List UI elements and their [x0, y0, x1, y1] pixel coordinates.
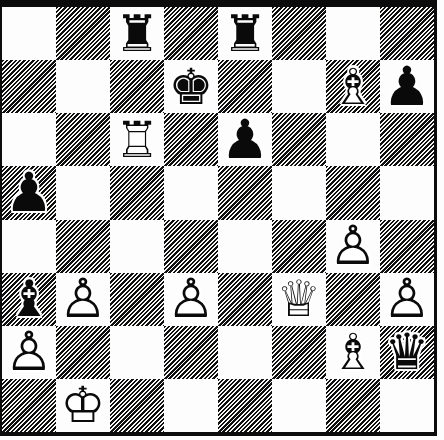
- piece-glyph: ♟: [221, 113, 269, 167]
- piece-halo: ♛: [277, 274, 322, 324]
- piece-halo: ♟: [221, 113, 269, 167]
- square-f7[interactable]: [272, 60, 326, 113]
- piece-halo: ♟: [329, 219, 377, 273]
- square-d8[interactable]: [164, 7, 218, 60]
- square-d2[interactable]: [164, 326, 218, 379]
- piece-black-rook: ♜♜: [218, 7, 272, 60]
- piece-glyph: ♙: [59, 272, 107, 326]
- square-e6[interactable]: ♟♟: [218, 113, 272, 166]
- chess-diagram-page: ♜♜♜♜♚♚♝♗♟♟♜♖♟♟♟♟♟♙♝♝♟♙♟♙♛♕♟♙♟♙♝♗♛♛♚♔: [0, 0, 444, 440]
- square-c5[interactable]: [110, 166, 164, 219]
- square-g1[interactable]: [326, 379, 380, 432]
- piece-halo: ♟: [383, 60, 431, 114]
- square-h8[interactable]: [380, 7, 434, 60]
- piece-white-pawn: ♟♙: [56, 273, 110, 326]
- square-a5[interactable]: ♟♟: [2, 166, 56, 219]
- square-c3[interactable]: [110, 273, 164, 326]
- piece-glyph: ♙: [383, 272, 431, 326]
- piece-halo: ♟: [5, 166, 53, 220]
- square-b4[interactable]: [56, 220, 110, 273]
- square-e4[interactable]: [218, 220, 272, 273]
- piece-halo: ♟: [167, 272, 215, 326]
- square-g7[interactable]: ♝♗: [326, 60, 380, 113]
- piece-glyph: ♔: [61, 380, 106, 430]
- piece-glyph: ♝: [7, 274, 52, 324]
- square-a3[interactable]: ♝♝: [2, 273, 56, 326]
- piece-glyph: ♖: [115, 115, 160, 165]
- piece-glyph: ♗: [331, 62, 376, 112]
- square-h3[interactable]: ♟♙: [380, 273, 434, 326]
- piece-glyph: ♙: [167, 272, 215, 326]
- piece-white-bishop: ♝♗: [326, 60, 380, 113]
- square-d1[interactable]: [164, 379, 218, 432]
- square-b1[interactable]: ♚♔: [56, 379, 110, 432]
- piece-halo: ♝: [331, 62, 376, 112]
- square-h6[interactable]: [380, 113, 434, 166]
- square-f6[interactable]: [272, 113, 326, 166]
- piece-glyph: ♕: [277, 274, 322, 324]
- square-c7[interactable]: [110, 60, 164, 113]
- square-e8[interactable]: ♜♜: [218, 7, 272, 60]
- square-a6[interactable]: [2, 113, 56, 166]
- piece-halo: ♟: [5, 325, 53, 379]
- piece-halo: ♜: [223, 9, 268, 59]
- piece-glyph: ♟: [383, 60, 431, 114]
- piece-white-pawn: ♟♙: [164, 273, 218, 326]
- square-h2[interactable]: ♛♛: [380, 326, 434, 379]
- square-e1[interactable]: [218, 379, 272, 432]
- square-g2[interactable]: ♝♗: [326, 326, 380, 379]
- piece-white-bishop: ♝♗: [326, 326, 380, 379]
- piece-glyph: ♚: [169, 62, 214, 112]
- square-f2[interactable]: [272, 326, 326, 379]
- piece-halo: ♝: [7, 274, 52, 324]
- square-b8[interactable]: [56, 7, 110, 60]
- square-g5[interactable]: [326, 166, 380, 219]
- square-g8[interactable]: [326, 7, 380, 60]
- square-a4[interactable]: [2, 220, 56, 273]
- square-h1[interactable]: [380, 379, 434, 432]
- piece-glyph: ♙: [329, 219, 377, 273]
- piece-glyph: ♜: [223, 9, 268, 59]
- piece-black-pawn: ♟♟: [2, 166, 56, 219]
- square-d4[interactable]: [164, 220, 218, 273]
- square-f3[interactable]: ♛♕: [272, 273, 326, 326]
- square-b2[interactable]: [56, 326, 110, 379]
- piece-halo: ♟: [383, 272, 431, 326]
- square-c1[interactable]: [110, 379, 164, 432]
- piece-halo: ♚: [61, 380, 106, 430]
- square-d3[interactable]: ♟♙: [164, 273, 218, 326]
- piece-halo: ♜: [115, 115, 160, 165]
- square-f8[interactable]: [272, 7, 326, 60]
- piece-white-pawn: ♟♙: [326, 220, 380, 273]
- piece-white-pawn: ♟♙: [380, 273, 434, 326]
- piece-black-pawn: ♟♟: [380, 60, 434, 113]
- square-a8[interactable]: [2, 7, 56, 60]
- piece-halo: ♜: [115, 9, 160, 59]
- piece-glyph: ♜: [115, 9, 160, 59]
- square-c4[interactable]: [110, 220, 164, 273]
- square-a7[interactable]: [2, 60, 56, 113]
- square-d5[interactable]: [164, 166, 218, 219]
- piece-glyph: ♙: [5, 325, 53, 379]
- piece-white-pawn: ♟♙: [2, 326, 56, 379]
- square-g3[interactable]: [326, 273, 380, 326]
- square-c2[interactable]: [110, 326, 164, 379]
- square-d6[interactable]: [164, 113, 218, 166]
- piece-black-bishop: ♝♝: [2, 273, 56, 326]
- piece-halo: ♛: [385, 327, 430, 377]
- square-b5[interactable]: [56, 166, 110, 219]
- board-frame: ♜♜♜♜♚♚♝♗♟♟♜♖♟♟♟♟♟♙♝♝♟♙♟♙♛♕♟♙♟♙♝♗♛♛♚♔: [0, 0, 437, 436]
- piece-glyph: ♟: [5, 166, 53, 220]
- square-e5[interactable]: [218, 166, 272, 219]
- piece-white-rook: ♜♖: [110, 113, 164, 166]
- square-h4[interactable]: [380, 220, 434, 273]
- square-c6[interactable]: ♜♖: [110, 113, 164, 166]
- square-c8[interactable]: ♜♜: [110, 7, 164, 60]
- piece-black-king: ♚♚: [164, 60, 218, 113]
- piece-black-rook: ♜♜: [110, 7, 164, 60]
- piece-glyph: ♗: [331, 327, 376, 377]
- square-e2[interactable]: [218, 326, 272, 379]
- square-h5[interactable]: [380, 166, 434, 219]
- square-b3[interactable]: ♟♙: [56, 273, 110, 326]
- square-a1[interactable]: [2, 379, 56, 432]
- piece-halo: ♝: [331, 327, 376, 377]
- piece-white-king: ♚♔: [56, 379, 110, 432]
- square-e7[interactable]: [218, 60, 272, 113]
- square-b7[interactable]: [56, 60, 110, 113]
- piece-halo: ♚: [169, 62, 214, 112]
- square-a2[interactable]: ♟♙: [2, 326, 56, 379]
- square-f4[interactable]: [272, 220, 326, 273]
- piece-glyph: ♛: [385, 327, 430, 377]
- piece-white-queen: ♛♕: [272, 273, 326, 326]
- piece-black-pawn: ♟♟: [218, 113, 272, 166]
- chess-board: ♜♜♜♜♚♚♝♗♟♟♜♖♟♟♟♟♟♙♝♝♟♙♟♙♛♕♟♙♟♙♝♗♛♛♚♔: [2, 7, 434, 432]
- square-e3[interactable]: [218, 273, 272, 326]
- square-f5[interactable]: [272, 166, 326, 219]
- piece-halo: ♟: [59, 272, 107, 326]
- piece-black-queen: ♛♛: [380, 326, 434, 379]
- square-b6[interactable]: [56, 113, 110, 166]
- square-f1[interactable]: [272, 379, 326, 432]
- square-g4[interactable]: ♟♙: [326, 220, 380, 273]
- square-d7[interactable]: ♚♚: [164, 60, 218, 113]
- square-g6[interactable]: [326, 113, 380, 166]
- square-h7[interactable]: ♟♟: [380, 60, 434, 113]
